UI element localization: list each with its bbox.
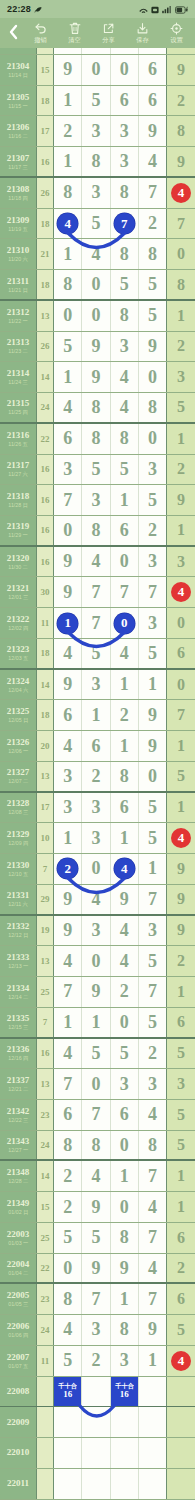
digit-cell[interactable] <box>111 1469 139 1499</box>
digit-cell[interactable]: 2 <box>54 116 82 146</box>
digit-cell[interactable]: 8 <box>111 301 139 331</box>
digit-cell[interactable]: 0 <box>139 362 167 392</box>
digit-cell[interactable] <box>111 1438 139 1468</box>
digit-cell[interactable]: 7 <box>139 178 167 208</box>
digit-cell[interactable]: 4 <box>82 1161 110 1191</box>
digit-cell[interactable] <box>82 1438 110 1468</box>
annotation-value: 16 <box>120 1390 129 1399</box>
tail-digit-cell[interactable]: 9 <box>167 854 195 884</box>
toolbar: 撤销清空分享保存设置 <box>0 18 195 48</box>
digit-cell <box>54 48 82 54</box>
digit-cell[interactable]: 1 <box>111 670 139 700</box>
period-number: 21348 <box>7 1168 30 1177</box>
digit-cell[interactable]: 4 <box>82 239 110 269</box>
digit-cell[interactable]: 4 <box>111 639 139 668</box>
digit-cell[interactable]: 0 <box>139 762 167 791</box>
digit-cell[interactable]: 0 <box>111 55 139 85</box>
digit-cell[interactable]: 千十合16 <box>111 1377 139 1406</box>
digit-cell[interactable]: 6 <box>139 86 167 116</box>
digit-cell[interactable]: 5 <box>139 1008 167 1037</box>
digit-cell[interactable]: 7 <box>54 485 82 515</box>
tail-digit-cell[interactable]: 1 <box>167 793 195 823</box>
period-number: 21327 <box>7 768 30 777</box>
digit-cell[interactable]: 4 <box>54 946 82 976</box>
digit-cell[interactable]: 8 <box>82 147 110 176</box>
blue-circle-mark[interactable]: 4 <box>114 858 135 879</box>
tail-digit-cell[interactable]: 9 <box>167 885 195 914</box>
tail-digit-cell[interactable]: 5 <box>167 1131 195 1160</box>
period-cell: 2131011/20 六 <box>0 239 37 269</box>
digit-cell[interactable]: 3 <box>111 1346 139 1376</box>
digit-cell[interactable]: 7 <box>139 977 167 1007</box>
digit-cell[interactable]: 4 <box>139 1192 167 1222</box>
digit-cell[interactable]: 0 <box>111 608 139 638</box>
digit-cell[interactable]: 0 <box>111 1192 139 1222</box>
digit-cell[interactable]: 9 <box>82 977 110 1007</box>
digit-cell[interactable]: 5 <box>54 1346 82 1376</box>
digit-cell[interactable]: 1 <box>111 823 139 853</box>
digit-cell[interactable] <box>139 1407 167 1437</box>
tail-digit-cell[interactable]: 4 <box>167 178 195 208</box>
digit-cell[interactable]: 2 <box>54 1192 82 1222</box>
digit-cell[interactable]: 3 <box>111 1069 139 1099</box>
digit-cell[interactable]: 4 <box>82 547 110 577</box>
digit-cell[interactable]: 1 <box>111 1284 139 1314</box>
digit-cell[interactable]: 2 <box>54 854 82 884</box>
digit-cell[interactable]: 6 <box>82 731 110 761</box>
digit-cell[interactable]: 5 <box>139 639 167 668</box>
digit-cell[interactable] <box>82 1407 110 1437</box>
digit-cell[interactable]: 1 <box>54 239 82 269</box>
digit-cell[interactable]: 1 <box>54 1008 82 1037</box>
digit-cell[interactable]: 8 <box>111 1315 139 1345</box>
digit-cell[interactable]: 8 <box>111 762 139 791</box>
digit-cell[interactable]: 5 <box>111 455 139 485</box>
digit-cell[interactable]: 4 <box>139 1254 167 1283</box>
digit-cell[interactable]: 3 <box>82 670 110 700</box>
digit-cell[interactable]: 4 <box>54 1039 82 1069</box>
digit-cell[interactable]: 4 <box>54 639 82 668</box>
digit-cell[interactable]: 0 <box>82 854 110 884</box>
digit-cell[interactable]: 8 <box>54 1284 82 1314</box>
digit-cell[interactable]: 9 <box>111 1254 139 1283</box>
digit-cell[interactable]: 7 <box>82 608 110 638</box>
digit-cell[interactable]: 6 <box>54 700 82 730</box>
tail-digit-cell[interactable] <box>167 1407 195 1437</box>
digit-cell[interactable] <box>54 1438 82 1468</box>
digit-cell[interactable]: 0 <box>111 1008 139 1037</box>
digit-cell[interactable]: 5 <box>139 946 167 976</box>
digit-cell[interactable]: 4 <box>111 916 139 946</box>
digit-cell[interactable]: 4 <box>54 1315 82 1345</box>
digit-cell[interactable]: 0 <box>82 946 110 976</box>
tail-digit-cell[interactable]: 2 <box>167 946 195 976</box>
tail-digit-cell[interactable]: 2 <box>167 86 195 116</box>
blue-annotation-box[interactable]: 千十合16 <box>54 1377 81 1406</box>
digit-cell[interactable]: 7 <box>82 1100 110 1130</box>
digit-cell[interactable]: 4 <box>139 147 167 176</box>
digit-cell[interactable]: 8 <box>54 1131 82 1160</box>
digit-cell[interactable]: 5 <box>82 1039 110 1069</box>
tail-digit-cell[interactable]: 2 <box>167 332 195 362</box>
digit-cell[interactable]: 2 <box>139 516 167 545</box>
sum-cell: 13 <box>37 301 54 331</box>
period-number: 21343 <box>7 1137 30 1146</box>
chart-row: 2133612/16 四1645525 <box>0 1039 195 1070</box>
digit-cell[interactable]: 6 <box>111 86 139 116</box>
digit-cell[interactable]: 5 <box>139 270 167 299</box>
digit-cell[interactable]: 2 <box>82 1346 110 1376</box>
blue-circle-mark[interactable]: 4 <box>57 213 78 234</box>
sum-cell <box>37 1469 54 1499</box>
digit-cell[interactable]: 9 <box>82 362 110 392</box>
digit-cell[interactable]: 1 <box>54 608 82 638</box>
digit-cell[interactable]: 7 <box>139 1223 167 1253</box>
tail-digit-cell[interactable]: 6 <box>167 639 195 668</box>
toolbar-button-保存[interactable]: 保存 <box>127 22 157 43</box>
tail-digit-cell[interactable]: 5 <box>167 1100 195 1130</box>
digit-cell[interactable]: 5 <box>139 301 167 331</box>
digit-cell[interactable]: 3 <box>82 793 110 823</box>
toolbar-button-撤销[interactable]: 撤销 <box>26 22 56 43</box>
digit-cell[interactable]: 3 <box>139 1069 167 1099</box>
digit-cell[interactable]: 4 <box>111 854 139 884</box>
digit-cell[interactable]: 9 <box>139 1315 167 1345</box>
status-bar: 22:28 <box>0 0 195 18</box>
digit-cell[interactable]: 8 <box>54 178 82 208</box>
digit-cell[interactable]: 8 <box>111 1223 139 1253</box>
digit-cell[interactable]: 3 <box>111 332 139 362</box>
digit-cell[interactable]: 0 <box>82 1069 110 1099</box>
digit-cell[interactable]: 9 <box>82 1192 110 1222</box>
digit-cell[interactable] <box>139 1438 167 1468</box>
tail-digit-cell[interactable]: 7 <box>167 209 195 239</box>
chart-row: 2132112/01 三3097774 <box>0 577 195 608</box>
tail-digit-cell[interactable]: 5 <box>167 1039 195 1069</box>
digit-cell[interactable] <box>139 1469 167 1499</box>
vpn-icon <box>151 0 159 18</box>
digit-cell[interactable]: 8 <box>82 1131 110 1160</box>
digit-cell[interactable]: 8 <box>139 239 167 269</box>
digit-cell[interactable]: 8 <box>82 516 110 545</box>
digit-cell[interactable]: 3 <box>139 916 167 946</box>
draw-date: 11/28 日 <box>8 503 28 508</box>
digit-cell[interactable] <box>111 1407 139 1437</box>
digit-cell[interactable]: 1 <box>54 147 82 176</box>
digit-cell[interactable]: 9 <box>54 577 82 607</box>
digit-cell[interactable]: 1 <box>139 1346 167 1376</box>
digit-cell[interactable]: 1 <box>82 1008 110 1037</box>
tail-digit-cell[interactable]: 8 <box>167 116 195 146</box>
toolbar-button-设置[interactable]: 设置 <box>161 22 191 43</box>
digit-cell[interactable]: 7 <box>139 885 167 914</box>
tail-digit-cell[interactable]: 8 <box>167 270 195 299</box>
digit-cell[interactable]: 7 <box>139 577 167 607</box>
digit-cell[interactable]: 5 <box>139 485 167 515</box>
sum-cell: 24 <box>37 393 54 422</box>
toolbar-items: 撤销清空分享保存设置 <box>24 22 193 43</box>
digit-cell[interactable]: 3 <box>139 455 167 485</box>
digit-cell[interactable]: 1 <box>54 362 82 392</box>
digit-cell[interactable]: 0 <box>54 1254 82 1283</box>
draw-date: 11/27 六 <box>8 472 28 477</box>
digit-cell[interactable]: 9 <box>82 332 110 362</box>
trash-icon <box>69 22 81 35</box>
digit-cell[interactable]: 3 <box>82 485 110 515</box>
tail-digit-cell[interactable]: 1 <box>167 1161 195 1191</box>
period-cell: 2131911/29 一 <box>0 516 37 545</box>
tail-digit-cell[interactable]: 0 <box>167 608 195 638</box>
digit-cell[interactable]: 5 <box>82 1223 110 1253</box>
period-number: 21323 <box>7 645 30 654</box>
toolbar-button-清空[interactable]: 清空 <box>60 22 90 43</box>
digit-cell[interactable]: 4 <box>54 731 82 761</box>
digit-cell[interactable]: 3 <box>82 916 110 946</box>
digit-cell[interactable]: 1 <box>111 485 139 515</box>
tail-digit-cell[interactable]: 4 <box>167 823 195 853</box>
digit-cell[interactable]: 5 <box>82 455 110 485</box>
digit-cell[interactable]: 3 <box>82 823 110 853</box>
digit-cell[interactable]: 9 <box>139 332 167 362</box>
tail-digit-cell[interactable]: 9 <box>167 55 195 85</box>
digit-cell[interactable]: 7 <box>139 1161 167 1191</box>
period-number: 21335 <box>7 1014 30 1023</box>
digit-cell[interactable]: 1 <box>111 1161 139 1191</box>
digit-cell[interactable]: 2 <box>111 977 139 1007</box>
tail-digit-cell[interactable]: 5 <box>167 762 195 791</box>
digit-cell[interactable]: 7 <box>82 1284 110 1314</box>
digit-cell[interactable]: 7 <box>139 1284 167 1314</box>
tail-digit-cell[interactable]: 6 <box>167 1008 195 1037</box>
tail-digit-cell[interactable]: 1 <box>167 731 195 761</box>
digit-cell[interactable]: 4 <box>111 362 139 392</box>
blue-circle-mark[interactable]: 7 <box>114 213 135 234</box>
period-cell: 2132312/03 五 <box>0 639 37 668</box>
sum-cell: 16 <box>37 547 54 577</box>
digit-cell[interactable]: 3 <box>139 608 167 638</box>
digit-cell[interactable]: 1 <box>82 700 110 730</box>
digit-cell[interactable]: 0 <box>111 1131 139 1160</box>
chart-row: 22010 <box>0 1438 195 1469</box>
digit-cell[interactable]: 7 <box>82 577 110 607</box>
digit-cell[interactable] <box>82 1377 110 1406</box>
digit-cell[interactable]: 3 <box>54 793 82 823</box>
digit-cell[interactable]: 8 <box>111 178 139 208</box>
digit-cell[interactable]: 0 <box>139 424 167 454</box>
digit-cell[interactable]: 1 <box>111 731 139 761</box>
digit-cell[interactable]: 9 <box>54 55 82 85</box>
period-number: 21337 <box>7 1076 30 1085</box>
digit-cell[interactable]: 1 <box>139 854 167 884</box>
digit-cell[interactable]: 0 <box>111 547 139 577</box>
digit-cell[interactable]: 0 <box>54 516 82 545</box>
draw-date: 12/03 五 <box>8 656 28 661</box>
period-cell: 2200601/06 四 <box>0 1315 37 1345</box>
period-cell: 2133312/13 一 <box>0 946 37 976</box>
red-circle-mark[interactable]: 4 <box>171 1351 191 1371</box>
digit-cell[interactable]: 6 <box>111 1100 139 1130</box>
digit-cell[interactable] <box>54 1469 82 1499</box>
red-circle-mark[interactable]: 4 <box>171 183 191 203</box>
digit-cell[interactable] <box>54 1407 82 1437</box>
digit-cell[interactable]: 8 <box>82 424 110 454</box>
tail-digit-cell[interactable]: 3 <box>167 1069 195 1099</box>
digit-cell[interactable]: 5 <box>139 793 167 823</box>
period-cell: 22009 <box>0 1407 37 1437</box>
digit-cell[interactable]: 5 <box>82 209 110 239</box>
digit-cell[interactable]: 9 <box>82 1254 110 1283</box>
digit-cell[interactable]: 3 <box>139 547 167 577</box>
digit-cell[interactable]: 9 <box>54 547 82 577</box>
tail-digit-cell[interactable]: 3 <box>167 362 195 392</box>
digit-cell[interactable]: 9 <box>54 916 82 946</box>
period-cell: 2132412/04 六 <box>0 670 37 700</box>
digit-cell[interactable]: 5 <box>111 270 139 299</box>
chart-row: 2200301/03 一2555876 <box>0 1223 195 1254</box>
sum-cell: 18 <box>37 700 54 730</box>
digit-cell[interactable]: 4 <box>54 209 82 239</box>
digit-cell[interactable]: 8 <box>139 393 167 422</box>
period-cell: 2132712/07 二 <box>0 762 37 791</box>
digit-cell[interactable]: 5 <box>111 1039 139 1069</box>
tail-digit-cell[interactable]: 4 <box>167 1346 195 1376</box>
digit-cell[interactable]: 9 <box>111 885 139 914</box>
digit-cell[interactable]: 5 <box>82 86 110 116</box>
tail-digit-cell[interactable]: 4 <box>167 577 195 607</box>
tail-digit-cell[interactable]: 3 <box>167 547 195 577</box>
tail-digit-cell[interactable] <box>167 1377 195 1406</box>
digit-cell[interactable]: 8 <box>111 239 139 269</box>
digit-cell[interactable]: 2 <box>139 209 167 239</box>
digit-cell[interactable]: 7 <box>111 209 139 239</box>
digit-cell[interactable]: 7 <box>111 577 139 607</box>
digit-cell[interactable]: 9 <box>139 700 167 730</box>
digit-cell[interactable]: 9 <box>54 885 82 914</box>
back-button[interactable] <box>2 24 24 40</box>
digit-cell[interactable]: 9 <box>54 670 82 700</box>
draw-date: 01/03 一 <box>8 1240 28 1245</box>
digit-cell[interactable]: 6 <box>54 1100 82 1130</box>
digit-cell[interactable]: 0 <box>82 301 110 331</box>
digit-cell <box>139 48 167 54</box>
digit-cell[interactable]: 3 <box>54 455 82 485</box>
digit-cell[interactable]: 3 <box>82 1315 110 1345</box>
red-circle-mark[interactable]: 4 <box>171 582 191 602</box>
digit-cell[interactable]: 3 <box>82 178 110 208</box>
period-cell: 2200701/07 五 <box>0 1346 37 1376</box>
digit-cell[interactable]: 6 <box>54 424 82 454</box>
tail-digit-cell[interactable]: 1 <box>167 301 195 331</box>
digit-cell[interactable]: 4 <box>139 1100 167 1130</box>
toolbar-button-分享[interactable]: 分享 <box>93 22 123 43</box>
share-icon <box>102 22 115 35</box>
tail-digit-cell[interactable]: 5 <box>167 393 195 422</box>
digit-cell[interactable]: 3 <box>111 116 139 146</box>
digit-cell[interactable]: 0 <box>82 55 110 85</box>
digit-cell[interactable]: 1 <box>54 86 82 116</box>
period-cell: 2130411/14 日 <box>0 55 37 85</box>
digit-cell[interactable]: 2 <box>82 762 110 791</box>
period-cell: 2130711/17 三 <box>0 147 37 176</box>
digit-cell[interactable]: 5 <box>139 823 167 853</box>
blue-annotation-box[interactable]: 千十合16 <box>111 1377 138 1406</box>
tail-digit-cell[interactable]: 2 <box>167 455 195 485</box>
draw-date: 01/05 三 <box>8 1302 28 1307</box>
period-number: 21307 <box>7 154 30 163</box>
tail-digit-cell[interactable]: 6 <box>167 1284 195 1314</box>
red-circle-mark[interactable]: 4 <box>171 828 191 848</box>
digit-cell[interactable]: 4 <box>82 885 110 914</box>
digit-cell[interactable]: 8 <box>82 393 110 422</box>
digit-cell[interactable]: 7 <box>54 1069 82 1099</box>
tail-digit-cell[interactable]: 1 <box>167 1192 195 1222</box>
digit-cell[interactable]: 1 <box>54 823 82 853</box>
draw-date: 12/05 日 <box>8 718 28 723</box>
blue-circle-mark[interactable]: 0 <box>114 613 135 634</box>
digit-cell[interactable]: 0 <box>54 301 82 331</box>
digit-cell[interactable]: 2 <box>111 700 139 730</box>
digit-cell[interactable]: 千十合16 <box>54 1377 82 1406</box>
digit-cell[interactable]: 3 <box>111 147 139 176</box>
sum-cell: 18 <box>37 86 54 116</box>
digit-cell[interactable]: 9 <box>139 116 167 146</box>
digit-cell[interactable]: 3 <box>54 762 82 791</box>
digit-cell[interactable]: 6 <box>111 516 139 545</box>
tail-digit-cell[interactable]: 1 <box>167 424 195 454</box>
tail-digit-cell[interactable]: 9 <box>167 485 195 515</box>
digit-cell[interactable]: 7 <box>54 977 82 1007</box>
blue-circle-mark[interactable]: 1 <box>57 613 78 634</box>
digit-cell[interactable] <box>82 1469 110 1499</box>
tail-digit-cell[interactable]: 5 <box>167 1315 195 1345</box>
digit-cell[interactable]: 9 <box>139 731 167 761</box>
tail-digit-cell[interactable] <box>167 1469 195 1499</box>
period-cell: 2131811/28 日 <box>0 485 37 515</box>
tail-digit-cell[interactable]: 6 <box>167 1223 195 1253</box>
digit-cell[interactable]: 4 <box>54 393 82 422</box>
digit-cell[interactable]: 0 <box>82 270 110 299</box>
draw-date: 12/27 一 <box>8 1147 28 1152</box>
blue-circle-mark[interactable]: 2 <box>57 858 78 879</box>
digit-cell[interactable]: 1 <box>139 670 167 700</box>
tail-digit-cell[interactable]: 1 <box>167 516 195 545</box>
period-cell: 2132612/06 一 <box>0 731 37 761</box>
draw-date: 12/07 二 <box>8 779 28 784</box>
digit-cell[interactable]: 6 <box>111 793 139 823</box>
digit-cell[interactable]: 6 <box>139 55 167 85</box>
digit-cell[interactable]: 5 <box>54 332 82 362</box>
digit-cell[interactable]: 5 <box>82 639 110 668</box>
digit-cell[interactable]: 4 <box>111 946 139 976</box>
digit-cell[interactable]: 8 <box>111 424 139 454</box>
tail-digit-cell[interactable]: 1 <box>167 977 195 1007</box>
digit-cell[interactable]: 2 <box>54 1161 82 1191</box>
digit-cell[interactable]: 2 <box>139 1039 167 1069</box>
digit-cell[interactable]: 8 <box>54 270 82 299</box>
digit-cell[interactable]: 3 <box>82 116 110 146</box>
digit-cell[interactable]: 4 <box>111 393 139 422</box>
tail-digit-cell[interactable]: 9 <box>167 916 195 946</box>
digit-cell[interactable]: 5 <box>54 1223 82 1253</box>
tail-digit-cell[interactable]: 0 <box>167 670 195 700</box>
tail-digit-cell[interactable]: 7 <box>167 700 195 730</box>
digit-cell[interactable] <box>139 1377 167 1406</box>
tail-digit-cell[interactable]: 2 <box>167 1254 195 1283</box>
tail-digit-cell[interactable]: 0 <box>167 239 195 269</box>
tail-digit-cell[interactable]: 9 <box>167 147 195 176</box>
digit-cell[interactable]: 8 <box>139 1131 167 1160</box>
tail-digit-cell[interactable] <box>167 1438 195 1468</box>
